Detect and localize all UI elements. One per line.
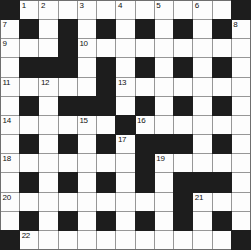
black-cell bbox=[59, 58, 77, 76]
black-cell bbox=[136, 58, 154, 76]
clue-number: 14 bbox=[3, 116, 11, 125]
black-cell bbox=[174, 20, 192, 38]
white-cell[interactable] bbox=[59, 78, 77, 96]
white-cell[interactable] bbox=[174, 154, 192, 172]
white-cell[interactable] bbox=[97, 116, 115, 134]
white-cell[interactable] bbox=[116, 193, 134, 211]
clue-number: 2 bbox=[41, 1, 45, 10]
white-cell[interactable] bbox=[78, 78, 96, 96]
white-cell[interactable] bbox=[78, 154, 96, 172]
clue-number: 21 bbox=[195, 193, 203, 202]
clue-number: 22 bbox=[22, 231, 30, 240]
white-cell[interactable] bbox=[78, 135, 96, 153]
white-cell[interactable]: 17 bbox=[116, 135, 134, 153]
white-cell[interactable] bbox=[20, 78, 38, 96]
white-cell[interactable] bbox=[155, 58, 173, 76]
white-cell[interactable] bbox=[97, 39, 115, 57]
white-cell[interactable]: 2 bbox=[39, 1, 57, 19]
black-cell bbox=[59, 173, 77, 191]
white-cell[interactable]: 10 bbox=[78, 39, 96, 57]
white-cell[interactable] bbox=[174, 116, 192, 134]
white-cell[interactable] bbox=[155, 39, 173, 57]
clue-number: 15 bbox=[79, 116, 87, 125]
white-cell[interactable] bbox=[232, 97, 250, 115]
clue-number: 18 bbox=[3, 154, 11, 163]
crossword-board: 12345678910111213141516171819202122 bbox=[0, 0, 251, 250]
clue-number: 8 bbox=[233, 20, 237, 29]
black-cell bbox=[213, 58, 231, 76]
white-cell[interactable]: 7 bbox=[1, 20, 19, 38]
white-cell[interactable] bbox=[232, 39, 250, 57]
white-cell[interactable] bbox=[78, 20, 96, 38]
white-cell[interactable] bbox=[193, 154, 211, 172]
white-cell[interactable] bbox=[155, 116, 173, 134]
white-cell[interactable]: 22 bbox=[20, 231, 38, 249]
black-cell bbox=[174, 135, 192, 153]
black-cell bbox=[59, 39, 77, 57]
white-cell[interactable] bbox=[20, 154, 38, 172]
white-cell[interactable] bbox=[193, 39, 211, 57]
white-cell[interactable]: 20 bbox=[1, 193, 19, 211]
white-cell[interactable] bbox=[59, 154, 77, 172]
black-cell bbox=[213, 20, 231, 38]
white-cell[interactable] bbox=[155, 231, 173, 249]
white-cell[interactable] bbox=[1, 173, 19, 191]
white-cell[interactable] bbox=[1, 212, 19, 230]
black-cell bbox=[136, 154, 154, 172]
white-cell[interactable] bbox=[59, 193, 77, 211]
white-cell[interactable] bbox=[136, 39, 154, 57]
white-cell[interactable] bbox=[1, 135, 19, 153]
white-cell[interactable] bbox=[193, 135, 211, 153]
black-cell bbox=[59, 97, 77, 115]
white-cell[interactable] bbox=[136, 1, 154, 19]
white-cell[interactable] bbox=[213, 116, 231, 134]
white-cell[interactable] bbox=[39, 20, 57, 38]
white-cell[interactable]: 8 bbox=[232, 20, 250, 38]
white-cell[interactable] bbox=[155, 173, 173, 191]
clue-number: 11 bbox=[3, 78, 11, 87]
white-cell[interactable]: 6 bbox=[193, 1, 211, 19]
black-cell bbox=[213, 135, 231, 153]
white-cell[interactable] bbox=[39, 212, 57, 230]
black-cell bbox=[155, 135, 173, 153]
white-cell[interactable] bbox=[193, 97, 211, 115]
black-cell bbox=[97, 58, 115, 76]
black-cell bbox=[20, 135, 38, 153]
black-cell bbox=[97, 97, 115, 115]
white-cell[interactable] bbox=[155, 78, 173, 96]
black-cell bbox=[174, 97, 192, 115]
white-cell[interactable] bbox=[97, 1, 115, 19]
white-cell[interactable] bbox=[59, 231, 77, 249]
white-cell[interactable] bbox=[78, 173, 96, 191]
black-cell bbox=[20, 212, 38, 230]
black-cell bbox=[97, 20, 115, 38]
white-cell[interactable]: 12 bbox=[39, 78, 57, 96]
black-cell bbox=[136, 212, 154, 230]
black-cell bbox=[1, 231, 19, 249]
black-cell bbox=[97, 212, 115, 230]
white-cell[interactable] bbox=[193, 231, 211, 249]
clue-number: 10 bbox=[79, 39, 87, 48]
white-cell[interactable] bbox=[20, 39, 38, 57]
white-cell[interactable] bbox=[232, 78, 250, 96]
white-cell[interactable] bbox=[232, 173, 250, 191]
black-cell bbox=[97, 135, 115, 153]
white-cell[interactable] bbox=[174, 1, 192, 19]
white-cell[interactable]: 13 bbox=[116, 78, 134, 96]
white-cell[interactable]: 1 bbox=[20, 1, 38, 19]
white-cell[interactable] bbox=[59, 116, 77, 134]
clue-number: 20 bbox=[3, 193, 11, 202]
black-cell bbox=[20, 58, 38, 76]
white-cell[interactable] bbox=[116, 20, 134, 38]
white-cell[interactable] bbox=[116, 231, 134, 249]
clue-number: 19 bbox=[156, 154, 164, 163]
white-cell[interactable] bbox=[232, 193, 250, 211]
black-cell bbox=[136, 20, 154, 38]
white-cell[interactable] bbox=[136, 193, 154, 211]
white-cell[interactable] bbox=[116, 97, 134, 115]
white-cell[interactable] bbox=[39, 231, 57, 249]
white-cell[interactable]: 16 bbox=[136, 116, 154, 134]
white-cell[interactable] bbox=[155, 97, 173, 115]
white-cell[interactable] bbox=[213, 231, 231, 249]
white-cell[interactable] bbox=[155, 20, 173, 38]
white-cell[interactable]: 21 bbox=[193, 193, 211, 211]
white-cell[interactable] bbox=[174, 39, 192, 57]
white-cell[interactable]: 4 bbox=[116, 1, 134, 19]
white-cell[interactable]: 11 bbox=[1, 78, 19, 96]
clue-number: 6 bbox=[195, 1, 199, 10]
white-cell[interactable] bbox=[78, 58, 96, 76]
black-cell bbox=[174, 193, 192, 211]
white-cell[interactable] bbox=[39, 39, 57, 57]
white-cell[interactable] bbox=[39, 116, 57, 134]
white-cell[interactable] bbox=[232, 154, 250, 172]
clue-number: 9 bbox=[3, 39, 7, 48]
white-cell[interactable] bbox=[116, 154, 134, 172]
black-cell bbox=[59, 212, 77, 230]
black-cell bbox=[20, 97, 38, 115]
black-cell bbox=[97, 173, 115, 191]
black-cell bbox=[20, 173, 38, 191]
white-cell[interactable] bbox=[174, 231, 192, 249]
white-cell[interactable] bbox=[97, 231, 115, 249]
white-cell[interactable] bbox=[116, 212, 134, 230]
white-cell[interactable] bbox=[213, 78, 231, 96]
black-cell bbox=[174, 58, 192, 76]
white-cell[interactable] bbox=[155, 193, 173, 211]
white-cell[interactable] bbox=[193, 58, 211, 76]
white-cell[interactable] bbox=[116, 173, 134, 191]
white-cell[interactable] bbox=[97, 193, 115, 211]
white-cell[interactable] bbox=[39, 173, 57, 191]
clue-number: 3 bbox=[79, 1, 83, 10]
clue-number: 5 bbox=[156, 1, 160, 10]
white-cell[interactable]: 5 bbox=[155, 1, 173, 19]
black-cell bbox=[193, 173, 211, 191]
white-cell[interactable] bbox=[232, 135, 250, 153]
white-cell[interactable] bbox=[59, 1, 77, 19]
white-cell[interactable] bbox=[39, 193, 57, 211]
black-cell bbox=[232, 1, 250, 19]
clue-number: 12 bbox=[41, 78, 49, 87]
white-cell[interactable] bbox=[232, 116, 250, 134]
white-cell[interactable] bbox=[213, 154, 231, 172]
black-cell bbox=[78, 97, 96, 115]
white-cell[interactable] bbox=[78, 231, 96, 249]
white-cell[interactable] bbox=[213, 193, 231, 211]
white-cell[interactable] bbox=[193, 78, 211, 96]
white-cell[interactable] bbox=[20, 116, 38, 134]
white-cell[interactable] bbox=[78, 212, 96, 230]
clue-number: 13 bbox=[118, 78, 126, 87]
white-cell[interactable] bbox=[116, 39, 134, 57]
white-cell[interactable]: 3 bbox=[78, 1, 96, 19]
white-cell[interactable]: 9 bbox=[1, 39, 19, 57]
white-cell[interactable] bbox=[174, 78, 192, 96]
black-cell bbox=[232, 231, 250, 249]
black-cell bbox=[59, 135, 77, 153]
white-cell[interactable] bbox=[78, 193, 96, 211]
black-cell bbox=[174, 173, 192, 191]
white-cell[interactable] bbox=[136, 231, 154, 249]
white-cell[interactable] bbox=[213, 39, 231, 57]
white-cell[interactable] bbox=[39, 97, 57, 115]
black-cell bbox=[20, 20, 38, 38]
white-cell[interactable] bbox=[1, 97, 19, 115]
black-cell bbox=[39, 58, 57, 76]
white-cell[interactable] bbox=[193, 212, 211, 230]
white-cell[interactable] bbox=[20, 193, 38, 211]
clue-number: 7 bbox=[3, 20, 7, 29]
black-cell bbox=[213, 97, 231, 115]
black-cell bbox=[174, 212, 192, 230]
black-cell bbox=[136, 135, 154, 153]
white-cell[interactable] bbox=[232, 212, 250, 230]
white-cell[interactable] bbox=[193, 116, 211, 134]
white-cell[interactable] bbox=[193, 20, 211, 38]
white-cell[interactable]: 18 bbox=[1, 154, 19, 172]
white-cell[interactable] bbox=[213, 1, 231, 19]
black-cell bbox=[136, 173, 154, 191]
black-cell bbox=[116, 116, 134, 134]
black-cell bbox=[136, 97, 154, 115]
white-cell[interactable] bbox=[97, 154, 115, 172]
black-cell bbox=[213, 212, 231, 230]
clue-number: 1 bbox=[22, 1, 26, 10]
white-cell[interactable] bbox=[155, 212, 173, 230]
black-cell bbox=[1, 1, 19, 19]
clue-number: 17 bbox=[118, 135, 126, 144]
white-cell[interactable] bbox=[116, 58, 134, 76]
clue-number: 4 bbox=[118, 1, 122, 10]
black-cell bbox=[213, 173, 231, 191]
white-cell[interactable]: 15 bbox=[78, 116, 96, 134]
white-cell[interactable] bbox=[39, 135, 57, 153]
white-cell[interactable] bbox=[136, 78, 154, 96]
white-cell[interactable] bbox=[1, 58, 19, 76]
clue-number: 16 bbox=[137, 116, 145, 125]
white-cell[interactable]: 19 bbox=[155, 154, 173, 172]
black-cell bbox=[59, 20, 77, 38]
white-cell[interactable] bbox=[232, 58, 250, 76]
black-cell bbox=[97, 78, 115, 96]
white-cell[interactable] bbox=[39, 154, 57, 172]
white-cell[interactable]: 14 bbox=[1, 116, 19, 134]
